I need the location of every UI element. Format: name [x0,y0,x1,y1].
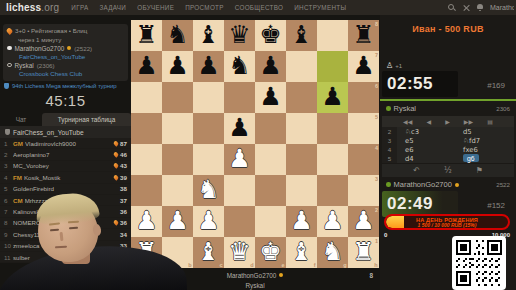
chess-board[interactable]: ♜♞♝♛♚♝♜8♟♟♟♞♟♟7♟♟6♟5♟4♞3♟♟♟♟♟♟2♜ab♝c♛d♚e… [131,20,379,268]
trophy-icon [4,83,9,89]
menu-item-инструменты[interactable]: ИНСТРУМЕНТЫ [294,4,346,11]
board-square-d3[interactable] [224,175,255,206]
standings-player-name: VladimirovIch9000 [25,140,114,147]
player-title: CM [13,197,23,204]
standings-team-header[interactable]: FairChess_on_YouTube [0,126,131,138]
standings-row[interactable]: 3MC_Vorobey43 [0,161,131,172]
board-square-c1[interactable]: ♝c [193,237,224,268]
black-piece-f8[interactable]: ♝ [286,20,317,51]
online-icon [386,182,391,187]
board-square-g1[interactable]: ♞g [317,237,348,268]
board-square-f1[interactable]: ♝f [286,237,317,268]
move-white[interactable]: d4 [397,155,455,163]
search-icon[interactable] [448,4,455,11]
board-square-a4[interactable] [131,144,162,175]
crosstable-row-black[interactable]: Ryskal [131,280,379,290]
next-move-button[interactable]: ▶ [445,118,450,125]
standings-score: 38 [120,185,127,192]
move-number: 2 [382,127,397,136]
menu-item-сообщество[interactable]: СООБЩЕСТВО [235,4,284,11]
board-square-g5[interactable] [317,113,348,144]
board-square-b2[interactable]: ♟ [162,206,193,237]
black-piece-d7[interactable]: ♞ [224,51,255,82]
board-square-d5[interactable]: ♟ [224,113,255,144]
standings-row[interactable]: 2Aeroplanino746 [0,149,131,160]
board-square-a2[interactable]: ♟ [131,206,162,237]
rank-coordinate: 7 [375,52,378,58]
standings-player-name: sulber [13,254,114,261]
menu-item-просмотр[interactable]: ПРОСМОТР [185,4,224,11]
board-square-f5[interactable] [286,113,317,144]
file-coordinate: f [314,262,316,268]
board-square-e5[interactable] [255,113,286,144]
captured-pawn-icon: ♙ [386,61,393,70]
standings-player-name: Kalinovski_Pir [13,208,120,215]
white-player-row[interactable]: MarathonGo2700 2522 [380,179,516,190]
board-square-b1[interactable]: b [162,237,193,268]
board-square-a6[interactable] [131,82,162,113]
white-piece-f2[interactable]: ♟ [286,206,317,237]
board-square-b6[interactable] [162,82,193,113]
rank-coordinate: 1 [375,238,378,244]
player-title: FM [13,174,22,181]
board-square-a8[interactable]: ♜ [131,20,162,51]
black-color-icon [7,63,12,68]
tab-standings[interactable]: Турнирная таблица [42,113,131,126]
file-coordinate: b [188,262,191,268]
below-board-crosstable: MarathonGo2700 8 Ryskal [131,270,379,290]
board-square-a5[interactable] [131,113,162,144]
rank-coordinate: 8 [375,21,378,27]
black-rating: (2306) [37,62,55,69]
rank-coordinate: 5 [375,114,378,120]
board-square-f8[interactable]: ♝ [286,20,317,51]
board-square-h4[interactable]: 4 [348,144,379,175]
white-piece-g2[interactable]: ♟ [317,206,348,237]
standings-rank: 3 [4,162,13,169]
board-square-a3[interactable] [131,175,162,206]
standings-rank: 1 [4,140,13,147]
standings-player-name: Chessy11 [13,231,120,238]
standings-row[interactable]: 10zmeeloca33 [0,241,131,252]
board-square-h8[interactable]: ♜8 [348,20,379,51]
board-square-h1[interactable]: ♜1h [348,237,379,268]
board-square-e6[interactable]: ♟ [255,82,286,113]
white-piece-c3[interactable]: ♞ [193,175,224,206]
black-piece-b7[interactable]: ♟ [162,51,193,82]
standings-score: 46 [114,151,127,158]
board-square-g2[interactable]: ♟ [317,206,348,237]
standings-row[interactable]: 1GMVladimirovIch900087 [0,138,131,149]
board-square-e7[interactable]: ♟ [255,51,286,82]
board-square-b4[interactable] [162,144,193,175]
board-square-h3[interactable]: 3 [348,175,379,206]
board-square-f2[interactable]: ♟ [286,206,317,237]
rank-coordinate: 6 [375,83,378,89]
black-piece-d8[interactable]: ♛ [224,20,255,51]
standings-row[interactable]: 8NOMERCY36 [0,218,131,229]
black-player-row[interactable]: Ryskal 2306 [380,103,516,114]
standings-rank: 10 [4,242,13,249]
board-square-a1[interactable]: ♜a [131,237,162,268]
standings-rank: 6 [4,197,13,204]
standings-row[interactable]: 9Chessy1134 [0,229,131,240]
goal-min-label: 0 [384,232,387,238]
lichess-app-window: lichess.org ИГРАЗАДАЧИОБУЧЕНИЕПРОСМОТРСО… [0,0,516,290]
standings-row[interactable]: 6CMMrhzzzz37 [0,195,131,206]
black-clock: 02:55 [382,71,458,97]
board-square-f3[interactable] [286,175,317,206]
standings-score: 36 [120,208,127,215]
board-square-g8[interactable] [317,20,348,51]
standings-score: 37 [120,197,127,204]
streak-fire-icon [113,254,119,260]
lichess-logo[interactable]: lichess.org [6,2,59,13]
online-icon [386,106,391,111]
streak-fire-icon [113,151,119,157]
move-black[interactable]: g6 [455,155,513,163]
board-square-g6[interactable]: ♟ [317,82,348,113]
move-row: 5d4g6 [382,154,514,163]
standings-score: 32 [114,254,127,261]
crosstable-score: 8 [369,272,373,279]
white-piece-b2[interactable]: ♟ [162,206,193,237]
standings-player-name: MC_Vorobey [13,162,114,169]
standings-rank: 9 [4,231,13,238]
streak-fire-icon [113,140,119,146]
board-square-e4[interactable] [255,144,286,175]
challenges-icon[interactable] [462,4,470,12]
streamer-badge-icon [455,183,459,187]
donation-alert-text: Иван - 500 RUB [380,24,516,34]
board-square-a7[interactable]: ♟ [131,51,162,82]
standings-player-name: zmeeloca [13,242,120,249]
takeback-button[interactable]: ↶ [413,166,420,175]
standings-row[interactable]: 5GoldenFirebird38 [0,184,131,195]
black-team-link[interactable]: Crossbook Chess Club [19,70,124,77]
standings-row[interactable]: 7Kalinovski_Pir36 [0,206,131,217]
last-move-button[interactable]: ▶▶ [464,118,473,125]
tournament-standings-list: 1GMVladimirovIch9000872Aeroplanino7463MC… [0,138,131,263]
menu-item-игра[interactable]: ИГРА [71,4,88,11]
move-number: 4 [382,145,397,154]
game-action-bar: ↶ ½ ⚑ [382,164,514,177]
board-square-d2[interactable] [224,206,255,237]
board-square-b7[interactable]: ♟ [162,51,193,82]
standings-rank: 7 [4,208,13,215]
black-piece-b8[interactable]: ♞ [162,20,193,51]
move-white[interactable]: e5 [397,137,455,145]
menu-item-задачи[interactable]: ЗАДАЧИ [99,4,126,11]
move-black[interactable]: ♘fd7 [455,137,513,145]
standings-rank: 8 [4,219,13,226]
board-square-d6[interactable] [224,82,255,113]
sidebar-tabs: Чат Турнирная таблица [0,113,131,126]
first-move-button[interactable]: ◀◀ [403,118,412,125]
board-square-g7[interactable] [317,51,348,82]
prev-move-button[interactable]: ◀ [426,118,431,125]
standings-score: 87 [114,140,127,147]
black-piece-a7[interactable]: ♟ [131,51,162,82]
donation-goal-bar: НА ДЕНЬ РОЖДЕНИЯ 1 500 / 10 000 RUB (15%… [384,214,510,230]
white-piece-d4[interactable]: ♟ [224,144,255,175]
standings-rank: 5 [4,185,13,192]
black-player-link[interactable]: Ryskal [15,62,34,69]
topbar-right: MarathonGo2700 [448,0,516,15]
standings-rank: 11 [4,254,13,261]
standings-rank: 2 [4,151,13,158]
board-square-h2[interactable]: ♟2 [348,206,379,237]
move-black[interactable]: fxe6 [455,146,513,154]
clock-bar [380,99,516,101]
move-number: 3 [382,136,397,145]
username-menu[interactable]: MarathonGo2700 [490,4,514,11]
streamer-badge-icon [67,46,71,50]
standings-rank: 4 [4,174,13,181]
left-sidebar: 3+0 • Рейтинговая • Блиц через 1 минуту … [0,15,131,290]
tournament-time-remaining: 45:15 [0,92,131,109]
white-piece-a2[interactable]: ♟ [131,206,162,237]
white-tournament-rank: #152 [487,201,505,210]
black-tournament-rank: #169 [487,81,505,90]
white-color-icon [7,46,12,51]
player-title: GM [13,140,23,147]
rank-coordinate: 4 [375,145,378,151]
white-team-link[interactable]: FairChess_on_YouTube [19,53,124,60]
main-menu: ИГРАЗАДАЧИОБУЧЕНИЕПРОСМОТРСООБЩЕСТВОИНСТ… [71,4,346,11]
move-white[interactable]: e6 [397,146,455,154]
board-square-d8[interactable]: ♛ [224,20,255,51]
file-coordinate: a [157,262,160,268]
black-piece-d5[interactable]: ♟ [224,113,255,144]
move-number: 5 [382,154,397,163]
team-icon [5,129,10,135]
board-square-c2[interactable]: ♟ [193,206,224,237]
resign-button[interactable]: ⚑ [476,166,483,175]
file-coordinate: g [343,262,346,268]
move-list: 2♘c3d53e5♘fd74e6fxe65d4g6 [382,127,514,163]
board-square-c8[interactable]: ♝ [193,20,224,51]
move-row: 2♘c3d5 [382,127,514,136]
game-time-label: через 1 минуту [18,36,61,43]
move-row: 3e5♘fd7 [382,136,514,145]
notifications-icon[interactable] [477,4,483,11]
standings-player-name: NOMERCY [13,219,114,226]
white-piece-f1[interactable]: ♝ [286,237,317,268]
standings-player-name: GoldenFirebird [13,185,120,192]
file-coordinate: e [281,262,284,268]
game-info-box: 3+0 • Рейтинговая • Блиц через 1 минуту … [3,24,128,81]
standings-player-name: Kosik_Mostik [24,174,114,181]
standings-row[interactable]: 4FMKosik_Mostik39 [0,172,131,183]
file-coordinate: d [250,262,253,268]
streak-fire-icon [113,163,119,169]
file-coordinate: c [219,262,222,268]
black-piece-e8[interactable]: ♚ [255,20,286,51]
black-piece-e6[interactable]: ♟ [255,82,286,113]
standings-score: 43 [114,162,127,169]
goal-amount: 1 500 / 10 000 RUB (15%) [386,223,508,229]
board-square-c7[interactable]: ♟ [193,51,224,82]
board-square-g4[interactable] [317,144,348,175]
standings-player-name: Aeroplanino7 [13,151,114,158]
streak-fire-icon [113,174,119,180]
streamer-badge-icon [279,273,283,277]
material-advantage: ♙ +1 [386,61,402,70]
standings-score: 34 [120,231,127,238]
arena-icon [6,27,14,35]
analysis-board-button[interactable]: ▤ [487,118,493,125]
standings-row[interactable]: 11sulber32 [0,252,131,263]
board-square-b8[interactable]: ♞ [162,20,193,51]
standings-score: 33 [120,242,127,249]
board-square-f6[interactable] [286,82,317,113]
board-square-h6[interactable]: 6 [348,82,379,113]
board-square-e1[interactable]: ♚e [255,237,286,268]
game-side-panel: Иван - 500 RUB ♙ +1 02:55 #169 Ryskal 23… [380,15,516,290]
standings-score: 39 [114,174,127,181]
file-coordinate: h [374,262,377,268]
donation-qr-code [452,236,506,290]
standings-player-name: Mrhzzzz [25,197,120,204]
white-player-link[interactable]: MarathonGo2700 [15,45,65,52]
draw-offer-button[interactable]: ½ [444,166,452,175]
move-white[interactable]: ♘c3 [397,128,455,136]
board-square-c3[interactable]: ♞ [193,175,224,206]
board-square-d7[interactable]: ♞ [224,51,255,82]
move-black[interactable]: d5 [455,128,513,136]
black-piece-g6[interactable]: ♟ [317,82,348,113]
board-square-c6[interactable] [193,82,224,113]
white-rating: (2522) [74,45,92,52]
tab-chat[interactable]: Чат [0,113,42,126]
board-square-g3[interactable] [317,175,348,206]
rank-coordinate: 2 [375,207,378,213]
menu-item-обучение[interactable]: ОБУЧЕНИЕ [137,4,174,11]
board-square-h7[interactable]: ♟7 [348,51,379,82]
board-square-b5[interactable] [162,113,193,144]
black-piece-e7[interactable]: ♟ [255,51,286,82]
board-square-f7[interactable] [286,51,317,82]
standings-score: 36 [114,219,127,226]
white-piece-c2[interactable]: ♟ [193,206,224,237]
board-square-f4[interactable] [286,144,317,175]
board-square-e2[interactable] [255,206,286,237]
board-square-c4[interactable] [193,144,224,175]
board-square-b3[interactable] [162,175,193,206]
board-square-e3[interactable] [255,175,286,206]
streak-fire-icon [113,220,119,226]
black-piece-c8[interactable]: ♝ [193,20,224,51]
game-mode-label: 3+0 • Рейтинговая • Блиц [15,27,87,34]
rank-coordinate: 3 [375,176,378,182]
board-square-e8[interactable]: ♚ [255,20,286,51]
top-nav-bar: lichess.org ИГРАЗАДАЧИОБУЧЕНИЕПРОСМОТРСО… [0,0,516,15]
black-piece-a8[interactable]: ♜ [131,20,162,51]
move-nav-bar: ◀◀ ◀ ▶ ▶▶ ▤ [382,116,514,127]
crosstable-row-white[interactable]: MarathonGo2700 8 [131,270,379,280]
board-square-h5[interactable]: 5 [348,113,379,144]
board-square-c5[interactable] [193,113,224,144]
tournament-link[interactable]: 94th Lichess Mega межклубный турнир [4,83,130,89]
board-square-d1[interactable]: ♛d [224,237,255,268]
black-piece-c7[interactable]: ♟ [193,51,224,82]
board-square-d4[interactable]: ♟ [224,144,255,175]
move-row: 4e6fxe6 [382,145,514,154]
